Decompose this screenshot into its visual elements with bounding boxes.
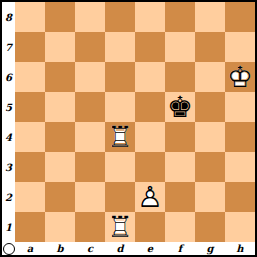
- square-d2[interactable]: [105, 182, 135, 212]
- rank-label-4: 4: [2, 122, 15, 152]
- square-h6[interactable]: ♚♔: [225, 62, 255, 92]
- file-label-c: c: [75, 242, 105, 255]
- chess-board: 876♚♔5♚4♜♖32♟♙1♜♖abcdefgh: [2, 2, 255, 255]
- square-e2[interactable]: ♟♙: [135, 182, 165, 212]
- square-e6[interactable]: [135, 62, 165, 92]
- square-b1[interactable]: [45, 212, 75, 242]
- square-f3[interactable]: [165, 152, 195, 182]
- square-e1[interactable]: [135, 212, 165, 242]
- square-d8[interactable]: [105, 2, 135, 32]
- white-to-move-circle-icon: [3, 243, 15, 255]
- square-a5[interactable]: [15, 92, 45, 122]
- square-h3[interactable]: [225, 152, 255, 182]
- square-c4[interactable]: [75, 122, 105, 152]
- square-f8[interactable]: [165, 2, 195, 32]
- square-h8[interactable]: [225, 2, 255, 32]
- square-e5[interactable]: [135, 92, 165, 122]
- rank-label-3: 3: [2, 152, 15, 182]
- square-a3[interactable]: [15, 152, 45, 182]
- square-d1[interactable]: ♜♖: [105, 212, 135, 242]
- square-c1[interactable]: [75, 212, 105, 242]
- square-d3[interactable]: [105, 152, 135, 182]
- square-b4[interactable]: [45, 122, 75, 152]
- square-h4[interactable]: [225, 122, 255, 152]
- square-g1[interactable]: [195, 212, 225, 242]
- file-label-a: a: [15, 242, 45, 255]
- square-d4[interactable]: ♜♖: [105, 122, 135, 152]
- square-g6[interactable]: [195, 62, 225, 92]
- square-g2[interactable]: [195, 182, 225, 212]
- white-pawn-fill: ♟: [135, 182, 165, 212]
- piece-white-king[interactable]: ♚♔: [225, 62, 255, 92]
- square-b3[interactable]: [45, 152, 75, 182]
- rank-label-5: 5: [2, 92, 15, 122]
- file-label-d: d: [105, 242, 135, 255]
- square-f6[interactable]: [165, 62, 195, 92]
- file-label-f: f: [165, 242, 195, 255]
- square-f5[interactable]: ♚: [165, 92, 195, 122]
- square-b7[interactable]: [45, 32, 75, 62]
- square-b5[interactable]: [45, 92, 75, 122]
- white-rook-fill: ♜: [105, 122, 135, 152]
- square-a6[interactable]: [15, 62, 45, 92]
- square-f7[interactable]: [165, 32, 195, 62]
- square-d7[interactable]: [105, 32, 135, 62]
- piece-white-pawn[interactable]: ♟♙: [135, 182, 165, 212]
- piece-black-king[interactable]: ♚: [165, 92, 195, 122]
- rank-label-7: 7: [2, 32, 15, 62]
- file-label-e: e: [135, 242, 165, 255]
- rank-label-1: 1: [2, 212, 15, 242]
- square-f2[interactable]: [165, 182, 195, 212]
- square-c8[interactable]: [75, 2, 105, 32]
- square-b6[interactable]: [45, 62, 75, 92]
- square-d6[interactable]: [105, 62, 135, 92]
- square-c2[interactable]: [75, 182, 105, 212]
- square-a7[interactable]: [15, 32, 45, 62]
- file-label-h: h: [225, 242, 255, 255]
- square-e7[interactable]: [135, 32, 165, 62]
- rank-label-8: 8: [2, 2, 15, 32]
- square-e8[interactable]: [135, 2, 165, 32]
- square-c3[interactable]: [75, 152, 105, 182]
- white-king-outline: ♔: [225, 62, 255, 92]
- white-rook-outline: ♖: [105, 212, 135, 242]
- square-a8[interactable]: [15, 2, 45, 32]
- white-rook-outline: ♖: [105, 122, 135, 152]
- square-d5[interactable]: [105, 92, 135, 122]
- square-g7[interactable]: [195, 32, 225, 62]
- square-f4[interactable]: [165, 122, 195, 152]
- square-h1[interactable]: [225, 212, 255, 242]
- square-a2[interactable]: [15, 182, 45, 212]
- square-e4[interactable]: [135, 122, 165, 152]
- white-king-fill: ♚: [225, 62, 255, 92]
- square-g5[interactable]: [195, 92, 225, 122]
- piece-white-rook[interactable]: ♜♖: [105, 212, 135, 242]
- square-c6[interactable]: [75, 62, 105, 92]
- square-h5[interactable]: [225, 92, 255, 122]
- square-h2[interactable]: [225, 182, 255, 212]
- rank-label-6: 6: [2, 62, 15, 92]
- square-a4[interactable]: [15, 122, 45, 152]
- square-a1[interactable]: [15, 212, 45, 242]
- square-b8[interactable]: [45, 2, 75, 32]
- square-c5[interactable]: [75, 92, 105, 122]
- piece-white-rook[interactable]: ♜♖: [105, 122, 135, 152]
- rank-label-2: 2: [2, 182, 15, 212]
- square-f1[interactable]: [165, 212, 195, 242]
- black-king-fill: ♚: [165, 92, 195, 122]
- to-move-indicator: [2, 242, 15, 255]
- white-rook-fill: ♜: [105, 212, 135, 242]
- square-b2[interactable]: [45, 182, 75, 212]
- square-g3[interactable]: [195, 152, 225, 182]
- square-g4[interactable]: [195, 122, 225, 152]
- file-label-b: b: [45, 242, 75, 255]
- white-pawn-outline: ♙: [135, 182, 165, 212]
- square-c7[interactable]: [75, 32, 105, 62]
- square-g8[interactable]: [195, 2, 225, 32]
- file-label-g: g: [195, 242, 225, 255]
- square-e3[interactable]: [135, 152, 165, 182]
- chess-diagram: 876♚♔5♚4♜♖32♟♙1♜♖abcdefgh: [0, 0, 257, 257]
- square-h7[interactable]: [225, 32, 255, 62]
